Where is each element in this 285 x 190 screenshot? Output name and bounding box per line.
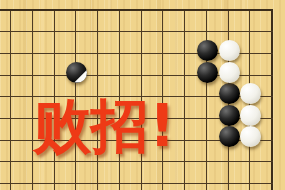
white-stone-S13 xyxy=(240,126,261,147)
black-stone-R14 xyxy=(219,105,240,126)
go-diagram: 败招! xyxy=(0,0,285,190)
white-stone-R16 xyxy=(219,62,240,83)
white-stone-R17 xyxy=(219,40,240,61)
black-stone-Q17 xyxy=(197,40,218,61)
black-stone-R13 xyxy=(219,126,240,147)
black-stone-K16 xyxy=(66,62,87,83)
white-stone-S15 xyxy=(240,83,261,104)
black-stone-Q16 xyxy=(197,62,218,83)
black-stone-R15 xyxy=(219,83,240,104)
triangle-marker-icon xyxy=(74,70,87,83)
white-stone-S14 xyxy=(240,105,261,126)
losing-move-label: 败招! xyxy=(33,97,175,155)
